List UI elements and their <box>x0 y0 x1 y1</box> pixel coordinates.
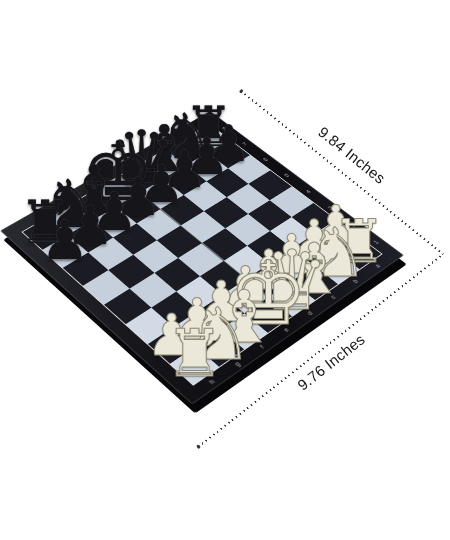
width-dimension-label: 9.84 Inches <box>315 123 389 187</box>
product-photo: hgfedcba 87654321 ♜♞♝♚♛♝♞♜♟♟♟♟♟♟♟♟♟♟♟♟♟♟… <box>0 0 450 540</box>
